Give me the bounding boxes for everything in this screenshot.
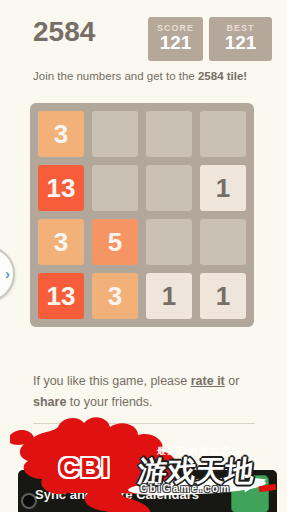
instructions-text: Join the numbers and get to the	[33, 70, 198, 82]
board-cell	[200, 111, 246, 157]
board-cell: 13	[38, 165, 84, 211]
board-cell: 3	[92, 273, 138, 319]
board-cell	[92, 165, 138, 211]
board-cell: 1	[146, 273, 192, 319]
watermark-red-dash	[136, 450, 154, 461]
best-box: BEST 121	[209, 17, 272, 61]
watermark-tagline: 最好玩的游戏尽在	[157, 445, 241, 458]
game-board[interactable]: 3 13 1 3 5 13 3 1 1	[30, 103, 254, 327]
ad-install-button[interactable]	[231, 475, 269, 512]
best-value: 121	[209, 33, 272, 54]
divider-line	[33, 423, 255, 424]
board-cell	[92, 111, 138, 157]
board-cell: 3	[38, 111, 84, 157]
footer-text-part: or	[225, 374, 240, 388]
score-box: SCORE 121	[148, 17, 203, 61]
ad-banner[interactable]: Sync and Share Calendars	[18, 470, 277, 512]
chevron-right-icon: ›	[5, 265, 10, 282]
goal-tile-text: 2584 tile!	[198, 70, 247, 82]
board-cell	[200, 219, 246, 265]
sidebar-handle[interactable]: ›	[0, 246, 15, 302]
board-cell: 13	[38, 273, 84, 319]
share-link[interactable]: share	[33, 395, 66, 409]
score-panel: SCORE 121 BEST 121	[148, 17, 272, 61]
game-screen: 2584 SCORE 121 BEST 121 Join the numbers…	[0, 0, 287, 512]
score-value: 121	[148, 33, 203, 54]
rate-it-link[interactable]: rate it	[191, 374, 225, 388]
board-cell	[146, 219, 192, 265]
board-cell: 3	[38, 219, 84, 265]
board-cell: 5	[92, 219, 138, 265]
ad-banner-text: Sync and Share Calendars	[35, 487, 199, 502]
board-cell: 1	[200, 165, 246, 211]
rate-share-text: If you like this game, please rate it or…	[33, 371, 271, 412]
game-instructions: Join the numbers and get to the 2584 til…	[33, 70, 247, 82]
page-title: 2584	[33, 16, 95, 48]
board-cell	[146, 165, 192, 211]
board-cell: 1	[200, 273, 246, 319]
footer-text-part: If you like this game, please	[33, 374, 191, 388]
footer-text-part: to your friends.	[66, 395, 152, 409]
board-cell	[146, 111, 192, 157]
